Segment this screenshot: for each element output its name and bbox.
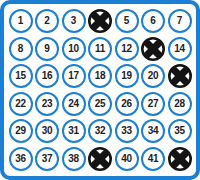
cell-number-label: 36 xyxy=(15,154,26,164)
cell-number-label: 37 xyxy=(42,154,53,164)
cell-number-label: 38 xyxy=(68,154,79,164)
number-cell[interactable]: 38 xyxy=(62,147,86,171)
number-cell[interactable]: 36 xyxy=(9,147,33,171)
cell-number-label: 14 xyxy=(174,44,185,54)
number-cell[interactable]: 31 xyxy=(62,119,86,143)
number-cell[interactable]: 24 xyxy=(62,92,86,116)
crossed-number-cell[interactable] xyxy=(168,64,192,88)
cell-number-label: 10 xyxy=(68,44,79,54)
cell-number-label: 15 xyxy=(15,71,26,81)
number-cell[interactable]: 7 xyxy=(168,9,192,33)
number-cell[interactable]: 8 xyxy=(9,37,33,61)
cell-number-label: 2 xyxy=(44,16,49,26)
cell-number-label: 11 xyxy=(95,44,105,54)
cell-number-label: 1 xyxy=(18,16,23,26)
cell-number-label: 26 xyxy=(121,99,132,109)
crossed-number-cell[interactable] xyxy=(141,37,165,61)
crossed-number-cell[interactable] xyxy=(88,147,112,171)
number-cell[interactable]: 27 xyxy=(141,92,165,116)
number-cell[interactable]: 5 xyxy=(115,9,139,33)
cell-number-label: 16 xyxy=(42,71,53,81)
cell-number-label: 31 xyxy=(68,126,79,136)
cell-number-label: 29 xyxy=(15,126,26,136)
number-cell[interactable]: 29 xyxy=(9,119,33,143)
number-cell[interactable]: 6 xyxy=(141,9,165,33)
cell-number-label: 6 xyxy=(150,16,155,26)
number-cell[interactable]: 18 xyxy=(88,64,112,88)
number-cell[interactable]: 11 xyxy=(88,37,112,61)
cross-icon xyxy=(168,147,192,171)
cell-number-label: 35 xyxy=(174,126,185,136)
cell-number-label: 12 xyxy=(121,44,132,54)
crossed-number-cell[interactable] xyxy=(88,9,112,33)
number-cell[interactable]: 40 xyxy=(115,147,139,171)
number-cell[interactable]: 23 xyxy=(35,92,59,116)
cell-number-label: 8 xyxy=(18,44,23,54)
cell-number-label: 27 xyxy=(148,99,159,109)
cell-number-label: 41 xyxy=(148,154,159,164)
cell-number-label: 25 xyxy=(95,99,106,109)
cell-number-label: 32 xyxy=(95,126,106,136)
crossed-number-cell[interactable] xyxy=(168,147,192,171)
number-cell[interactable]: 1 xyxy=(9,9,33,33)
cross-icon xyxy=(168,64,192,88)
cross-icon xyxy=(141,37,165,61)
number-cell[interactable]: 16 xyxy=(35,64,59,88)
cell-number-label: 40 xyxy=(121,154,132,164)
number-cell[interactable]: 35 xyxy=(168,119,192,143)
number-cell[interactable]: 22 xyxy=(9,92,33,116)
number-cell[interactable]: 28 xyxy=(168,92,192,116)
cell-number-label: 19 xyxy=(121,71,132,81)
number-board: 1235678910111214151617181920222324252627… xyxy=(0,0,200,180)
number-cell[interactable]: 30 xyxy=(35,119,59,143)
number-grid: 1235678910111214151617181920222324252627… xyxy=(9,9,192,171)
number-cell[interactable]: 20 xyxy=(141,64,165,88)
number-cell[interactable]: 26 xyxy=(115,92,139,116)
number-cell[interactable]: 32 xyxy=(88,119,112,143)
cell-number-label: 23 xyxy=(42,99,53,109)
cell-number-label: 22 xyxy=(15,99,26,109)
cell-number-label: 18 xyxy=(95,71,106,81)
cross-icon xyxy=(88,147,112,171)
cell-number-label: 28 xyxy=(174,99,185,109)
number-cell[interactable]: 3 xyxy=(62,9,86,33)
cell-number-label: 20 xyxy=(148,71,159,81)
number-cell[interactable]: 19 xyxy=(115,64,139,88)
cell-number-label: 3 xyxy=(71,16,76,26)
number-cell[interactable]: 2 xyxy=(35,9,59,33)
number-cell[interactable]: 17 xyxy=(62,64,86,88)
number-cell[interactable]: 9 xyxy=(35,37,59,61)
number-cell[interactable]: 14 xyxy=(168,37,192,61)
cell-number-label: 33 xyxy=(121,126,132,136)
number-cell[interactable]: 37 xyxy=(35,147,59,171)
cell-number-label: 9 xyxy=(44,44,49,54)
cell-number-label: 5 xyxy=(124,16,129,26)
cross-icon xyxy=(88,9,112,33)
number-cell[interactable]: 25 xyxy=(88,92,112,116)
cell-number-label: 30 xyxy=(42,126,53,136)
number-cell[interactable]: 15 xyxy=(9,64,33,88)
cell-number-label: 17 xyxy=(68,71,79,81)
number-cell[interactable]: 34 xyxy=(141,119,165,143)
number-cell[interactable]: 41 xyxy=(141,147,165,171)
cell-number-label: 24 xyxy=(68,99,79,109)
number-cell[interactable]: 33 xyxy=(115,119,139,143)
number-cell[interactable]: 10 xyxy=(62,37,86,61)
number-cell[interactable]: 12 xyxy=(115,37,139,61)
cell-number-label: 34 xyxy=(148,126,159,136)
cell-number-label: 7 xyxy=(177,16,182,26)
